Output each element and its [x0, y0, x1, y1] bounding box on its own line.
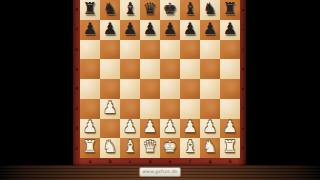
black-pawn[interactable]: ♟	[123, 21, 137, 37]
white-bishop[interactable]: ♝	[183, 139, 197, 155]
white-pawn[interactable]: ♟	[203, 119, 217, 135]
black-rook[interactable]: ♜	[83, 1, 97, 17]
square-g6[interactable]	[200, 40, 220, 60]
white-pawn[interactable]: ♟	[143, 119, 157, 135]
square-g8[interactable]: ♞	[200, 0, 220, 20]
file-coordinates: abcdefgh	[80, 158, 240, 166]
file-label-c: c	[120, 158, 140, 166]
white-queen[interactable]: ♛	[143, 139, 157, 155]
white-knight[interactable]: ♞	[103, 139, 117, 155]
square-f4[interactable]	[180, 79, 200, 99]
white-rook[interactable]: ♜	[83, 139, 97, 155]
white-pawn[interactable]: ♟	[223, 119, 237, 135]
black-rook[interactable]: ♜	[223, 1, 237, 17]
square-f3[interactable]	[180, 99, 200, 119]
square-g1[interactable]: ♞	[200, 138, 220, 158]
square-f8[interactable]: ♝	[180, 0, 200, 20]
square-f7[interactable]: ♟	[180, 20, 200, 40]
square-c5[interactable]	[120, 59, 140, 79]
white-pawn[interactable]: ♟	[83, 119, 97, 135]
black-pawn[interactable]: ♟	[223, 21, 237, 37]
frame-dot	[242, 68, 244, 70]
square-a1[interactable]: ♜	[80, 138, 100, 158]
square-e5[interactable]	[160, 59, 180, 79]
frame-dot	[242, 29, 244, 31]
file-label-h: h	[220, 158, 240, 166]
frame-dot	[242, 108, 244, 110]
black-knight[interactable]: ♞	[103, 1, 117, 17]
file-label-g: g	[200, 158, 220, 166]
file-label-e: e	[160, 158, 180, 166]
chess-board: ♜♞♝♛♚♝♞♜♟♟♟♟♟♟♟♟♟♟♟♟♟♟♟♟♜♞♝♛♚♝♞♜	[80, 0, 240, 158]
frame-dot-cell	[240, 79, 246, 99]
square-d8[interactable]: ♛	[140, 0, 160, 20]
frame-dot-cell	[240, 119, 246, 139]
square-c8[interactable]: ♝	[120, 0, 140, 20]
square-b3[interactable]: ♟	[100, 99, 120, 119]
file-label-b: b	[100, 158, 120, 166]
frame-dot-cell	[240, 138, 246, 158]
frame-dot-cell	[240, 0, 246, 20]
square-d3[interactable]	[140, 99, 160, 119]
square-d5[interactable]	[140, 59, 160, 79]
rank-label-3: 3	[73, 99, 80, 119]
frame-dot	[242, 128, 244, 130]
frame-dot	[242, 147, 244, 149]
square-g7[interactable]: ♟	[200, 20, 220, 40]
black-pawn[interactable]: ♟	[103, 21, 117, 37]
rank-label-7: 7	[73, 20, 80, 40]
square-e7[interactable]: ♟	[160, 20, 180, 40]
white-pawn[interactable]: ♟	[123, 119, 137, 135]
frame-dot-cell	[240, 20, 246, 40]
square-g4[interactable]	[200, 79, 220, 99]
square-a4[interactable]	[80, 79, 100, 99]
frame-dot-cell	[240, 59, 246, 79]
square-h5[interactable]	[220, 59, 240, 79]
frame-dots	[240, 0, 246, 158]
square-h8[interactable]: ♜	[220, 0, 240, 20]
frame-dot-cell	[240, 99, 246, 119]
watermark-label: www.gehze.de	[142, 170, 177, 175]
square-b4[interactable]	[100, 79, 120, 99]
square-e3[interactable]	[160, 99, 180, 119]
black-knight[interactable]: ♞	[203, 1, 217, 17]
square-d1[interactable]: ♛	[140, 138, 160, 158]
square-b6[interactable]	[100, 40, 120, 60]
file-label-d: d	[140, 158, 160, 166]
square-f5[interactable]	[180, 59, 200, 79]
rank-label-1: 1	[73, 138, 80, 158]
square-b2[interactable]	[100, 119, 120, 139]
black-pawn[interactable]: ♟	[203, 21, 217, 37]
square-e2[interactable]: ♟	[160, 119, 180, 139]
square-c4[interactable]	[120, 79, 140, 99]
white-pawn[interactable]: ♟	[183, 119, 197, 135]
square-d7[interactable]: ♟	[140, 20, 160, 40]
white-knight[interactable]: ♞	[203, 139, 217, 155]
rank-label-2: 2	[73, 119, 80, 139]
black-pawn[interactable]: ♟	[163, 21, 177, 37]
rank-coordinates: 87654321	[73, 0, 80, 158]
video-frame: www.gehze.de 87654321 ♜♞♝♛♚♝♞♜♟♟♟♟♟♟♟♟♟♟…	[0, 0, 320, 180]
black-king[interactable]: ♚	[163, 1, 177, 17]
square-f1[interactable]: ♝	[180, 138, 200, 158]
square-e6[interactable]	[160, 40, 180, 60]
square-a6[interactable]	[80, 40, 100, 60]
square-g3[interactable]	[200, 99, 220, 119]
frame-dot-cell	[240, 40, 246, 60]
square-a5[interactable]	[80, 59, 100, 79]
square-c1[interactable]: ♝	[120, 138, 140, 158]
square-a7[interactable]: ♟	[80, 20, 100, 40]
square-e4[interactable]	[160, 79, 180, 99]
square-f6[interactable]	[180, 40, 200, 60]
frame-dot	[242, 9, 244, 11]
square-c7[interactable]: ♟	[120, 20, 140, 40]
watermark-button[interactable]: www.gehze.de	[139, 167, 181, 177]
white-bishop[interactable]: ♝	[123, 139, 137, 155]
rank-label-4: 4	[73, 79, 80, 99]
square-h2[interactable]: ♟	[220, 119, 240, 139]
chess-board-frame: 87654321 ♜♞♝♛♚♝♞♜♟♟♟♟♟♟♟♟♟♟♟♟♟♟♟♟♜♞♝♛♚♝♞…	[73, 0, 246, 166]
square-b1[interactable]: ♞	[100, 138, 120, 158]
square-c3[interactable]	[120, 99, 140, 119]
frame-dot	[242, 49, 244, 51]
square-h1[interactable]: ♜	[220, 138, 240, 158]
square-b5[interactable]	[100, 59, 120, 79]
square-d4[interactable]	[140, 79, 160, 99]
square-h6[interactable]	[220, 40, 240, 60]
square-h7[interactable]: ♟	[220, 20, 240, 40]
black-queen[interactable]: ♛	[143, 1, 157, 17]
square-g2[interactable]: ♟	[200, 119, 220, 139]
frame-dot	[242, 88, 244, 90]
square-h4[interactable]	[220, 79, 240, 99]
file-label-a: a	[80, 158, 100, 166]
black-bishop[interactable]: ♝	[183, 1, 197, 17]
square-h3[interactable]	[220, 99, 240, 119]
square-f2[interactable]: ♟	[180, 119, 200, 139]
square-b8[interactable]: ♞	[100, 0, 120, 20]
black-pawn[interactable]: ♟	[183, 21, 197, 37]
square-e1[interactable]: ♚	[160, 138, 180, 158]
white-rook[interactable]: ♜	[223, 139, 237, 155]
square-a3[interactable]	[80, 99, 100, 119]
square-c6[interactable]	[120, 40, 140, 60]
rank-label-8: 8	[73, 0, 80, 20]
square-d2[interactable]: ♟	[140, 119, 160, 139]
white-king[interactable]: ♚	[163, 139, 177, 155]
square-g5[interactable]	[200, 59, 220, 79]
rank-label-6: 6	[73, 40, 80, 60]
square-e8[interactable]: ♚	[160, 0, 180, 20]
white-pawn[interactable]: ♟	[163, 119, 177, 135]
square-d6[interactable]	[140, 40, 160, 60]
square-c2[interactable]: ♟	[120, 119, 140, 139]
square-b7[interactable]: ♟	[100, 20, 120, 40]
rank-label-5: 5	[73, 59, 80, 79]
black-pawn[interactable]: ♟	[143, 21, 157, 37]
file-label-f: f	[180, 158, 200, 166]
square-a8[interactable]: ♜	[80, 0, 100, 20]
black-pawn[interactable]: ♟	[83, 21, 97, 37]
black-bishop[interactable]: ♝	[123, 1, 137, 17]
white-pawn[interactable]: ♟	[103, 100, 117, 116]
square-a2[interactable]: ♟	[80, 119, 100, 139]
